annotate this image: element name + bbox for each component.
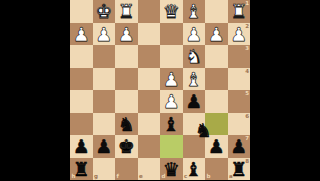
square-c8[interactable]: c♝ <box>183 158 206 181</box>
file-label-h: h <box>72 174 76 180</box>
square-b1[interactable] <box>205 0 228 23</box>
square-f4[interactable] <box>115 68 138 91</box>
square-g8[interactable]: g <box>93 158 116 181</box>
square-h1[interactable] <box>70 0 93 23</box>
square-g5[interactable] <box>93 90 116 113</box>
rank-label-4: 4 <box>245 69 249 75</box>
square-e8[interactable]: e <box>138 158 161 181</box>
square-h5[interactable] <box>70 90 93 113</box>
square-d4[interactable]: ♟ <box>160 68 183 91</box>
file-label-f: f <box>117 174 119 180</box>
white-pawn[interactable]: ♟ <box>183 23 206 46</box>
video-frame: ♚♜♛♝1♜♟♟♟♟♟2♟♞3♟♝4♟♟5♞♝♞6♟♟♚♟7♟h♜gfed♛c♝… <box>0 0 320 180</box>
square-b2[interactable]: ♟ <box>205 23 228 46</box>
white-pawn[interactable]: ♟ <box>160 68 183 91</box>
white-pawn[interactable]: ♟ <box>115 23 138 46</box>
square-e1[interactable] <box>138 0 161 23</box>
square-h2[interactable]: ♟ <box>70 23 93 46</box>
white-pawn[interactable]: ♟ <box>160 90 183 113</box>
square-h3[interactable] <box>70 45 93 68</box>
square-d8[interactable]: d♛ <box>160 158 183 181</box>
letterbox-left <box>0 0 70 180</box>
black-knight[interactable]: ♞ <box>115 113 138 136</box>
rank-label-2: 2 <box>245 24 249 30</box>
letterbox-right <box>250 0 320 180</box>
white-king[interactable]: ♚ <box>93 0 116 23</box>
white-bishop[interactable]: ♝ <box>183 68 206 91</box>
black-pawn[interactable]: ♟ <box>70 135 93 158</box>
square-e6[interactable] <box>138 113 161 136</box>
file-label-e: e <box>139 174 143 180</box>
square-g3[interactable] <box>93 45 116 68</box>
rank-label-3: 3 <box>245 46 249 52</box>
square-f2[interactable]: ♟ <box>115 23 138 46</box>
square-f5[interactable] <box>115 90 138 113</box>
square-f6[interactable]: ♞ <box>115 113 138 136</box>
white-pawn[interactable]: ♟ <box>93 23 116 46</box>
square-a6[interactable]: 6 <box>228 113 251 136</box>
black-bishop[interactable]: ♝ <box>160 113 183 136</box>
square-h6[interactable] <box>70 113 93 136</box>
square-f1[interactable]: ♜ <box>115 0 138 23</box>
square-e3[interactable] <box>138 45 161 68</box>
square-h7[interactable]: ♟ <box>70 135 93 158</box>
square-b4[interactable] <box>205 68 228 91</box>
rank-label-5: 5 <box>245 91 249 97</box>
square-g4[interactable] <box>93 68 116 91</box>
square-c5[interactable]: ♟ <box>183 90 206 113</box>
file-label-a: a <box>229 174 233 180</box>
square-a8[interactable]: 8a♜ <box>228 158 251 181</box>
file-label-c: c <box>184 174 187 180</box>
square-a4[interactable]: 4 <box>228 68 251 91</box>
file-label-g: g <box>94 174 98 180</box>
square-f7[interactable]: ♚ <box>115 135 138 158</box>
rank-label-8: 8 <box>245 159 249 165</box>
white-pawn[interactable]: ♟ <box>205 23 228 46</box>
white-knight[interactable]: ♞ <box>183 45 206 68</box>
square-g7[interactable]: ♟ <box>93 135 116 158</box>
square-e4[interactable] <box>138 68 161 91</box>
file-label-d: d <box>162 174 166 180</box>
square-f8[interactable]: f <box>115 158 138 181</box>
square-d1[interactable]: ♛ <box>160 0 183 23</box>
square-d3[interactable] <box>160 45 183 68</box>
square-a5[interactable]: 5 <box>228 90 251 113</box>
square-b6[interactable]: ♞ <box>205 113 228 136</box>
square-h8[interactable]: h♜ <box>70 158 93 181</box>
square-c2[interactable]: ♟ <box>183 23 206 46</box>
file-label-b: b <box>207 174 211 180</box>
rank-label-7: 7 <box>245 136 249 142</box>
square-g6[interactable] <box>93 113 116 136</box>
square-g2[interactable]: ♟ <box>93 23 116 46</box>
black-pawn[interactable]: ♟ <box>205 135 228 158</box>
white-rook[interactable]: ♜ <box>115 0 138 23</box>
square-e5[interactable] <box>138 90 161 113</box>
square-b5[interactable] <box>205 90 228 113</box>
square-c1[interactable]: ♝ <box>183 0 206 23</box>
square-b3[interactable] <box>205 45 228 68</box>
white-pawn[interactable]: ♟ <box>70 23 93 46</box>
square-d7[interactable] <box>160 135 183 158</box>
square-a1[interactable]: 1♜ <box>228 0 251 23</box>
square-d5[interactable]: ♟ <box>160 90 183 113</box>
square-a3[interactable]: 3 <box>228 45 251 68</box>
square-b7[interactable]: ♟ <box>205 135 228 158</box>
square-c3[interactable]: ♞ <box>183 45 206 68</box>
square-d6[interactable]: ♝ <box>160 113 183 136</box>
square-b8[interactable]: b <box>205 158 228 181</box>
rank-label-1: 1 <box>245 1 249 7</box>
white-queen[interactable]: ♛ <box>160 0 183 23</box>
square-h4[interactable] <box>70 68 93 91</box>
square-a7[interactable]: 7♟ <box>228 135 251 158</box>
square-c4[interactable]: ♝ <box>183 68 206 91</box>
black-king[interactable]: ♚ <box>115 135 138 158</box>
square-g1[interactable]: ♚ <box>93 0 116 23</box>
square-e7[interactable] <box>138 135 161 158</box>
white-bishop[interactable]: ♝ <box>183 0 206 23</box>
square-e2[interactable] <box>138 23 161 46</box>
square-a2[interactable]: 2♟ <box>228 23 251 46</box>
black-pawn[interactable]: ♟ <box>183 90 206 113</box>
black-pawn[interactable]: ♟ <box>93 135 116 158</box>
chess-board: ♚♜♛♝1♜♟♟♟♟♟2♟♞3♟♝4♟♟5♞♝♞6♟♟♚♟7♟h♜gfed♛c♝… <box>70 0 250 180</box>
square-f3[interactable] <box>115 45 138 68</box>
rank-label-6: 6 <box>245 114 249 120</box>
square-d2[interactable] <box>160 23 183 46</box>
